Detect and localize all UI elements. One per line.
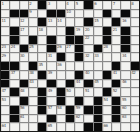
white-cell[interactable]: [94, 27, 102, 35]
white-cell[interactable]: [29, 123, 37, 131]
white-cell[interactable]: [121, 71, 129, 79]
black-cell: [1, 80, 9, 88]
white-cell[interactable]: 54: [103, 97, 111, 105]
white-cell[interactable]: [29, 106, 37, 114]
black-cell: [10, 115, 18, 123]
clue-number: 28: [103, 44, 107, 49]
white-cell[interactable]: [47, 27, 55, 35]
black-cell: [121, 36, 129, 44]
black-cell: [94, 97, 102, 105]
white-cell[interactable]: [38, 115, 46, 123]
white-cell[interactable]: [38, 10, 46, 18]
black-cell: [20, 97, 28, 105]
white-cell[interactable]: [103, 53, 111, 61]
white-cell[interactable]: [1, 36, 9, 44]
crossword-grid: 1234567891011121314151617181920212223242…: [0, 0, 140, 132]
white-cell[interactable]: [57, 71, 65, 79]
clue-number: 40: [85, 70, 89, 75]
white-cell[interactable]: 34: [121, 53, 129, 61]
white-cell[interactable]: [66, 97, 74, 105]
white-cell[interactable]: 22: [84, 36, 92, 44]
white-cell[interactable]: 44: [75, 80, 83, 88]
white-cell[interactable]: 45: [94, 80, 102, 88]
white-cell[interactable]: [131, 123, 139, 131]
white-cell[interactable]: [57, 1, 65, 9]
clue-number: 11: [2, 18, 6, 23]
black-cell: [103, 27, 111, 35]
white-cell[interactable]: [20, 62, 28, 70]
white-cell[interactable]: 13: [47, 18, 55, 26]
clue-number: 21: [113, 27, 117, 32]
clue-number: 64: [2, 123, 6, 128]
white-cell[interactable]: 31: [47, 53, 55, 61]
black-cell: [38, 71, 46, 79]
clue-number: 49: [48, 88, 52, 93]
black-cell: [66, 36, 74, 44]
white-cell[interactable]: [57, 36, 65, 44]
white-cell[interactable]: 43: [29, 80, 37, 88]
white-cell[interactable]: [66, 18, 74, 26]
white-cell[interactable]: [1, 106, 9, 114]
white-cell[interactable]: [66, 123, 74, 131]
black-cell: [103, 10, 111, 18]
white-cell[interactable]: 37: [10, 71, 18, 79]
white-cell[interactable]: [131, 45, 139, 53]
clue-number: 9: [29, 9, 31, 14]
white-cell[interactable]: 11: [1, 18, 9, 26]
white-cell[interactable]: [20, 1, 28, 9]
black-cell: [20, 45, 28, 53]
white-cell[interactable]: [121, 123, 129, 131]
clue-number: 38: [29, 70, 33, 75]
black-cell: [131, 62, 139, 70]
clue-number: 27: [66, 44, 70, 49]
white-cell[interactable]: [38, 53, 46, 61]
white-cell[interactable]: 58: [57, 106, 65, 114]
clue-number: 8: [131, 1, 133, 6]
white-cell[interactable]: [84, 10, 92, 18]
white-cell[interactable]: 24: [10, 45, 18, 53]
white-cell[interactable]: 1: [1, 1, 9, 9]
white-cell[interactable]: 60: [121, 106, 129, 114]
clue-number: 30: [20, 53, 24, 58]
white-cell[interactable]: [1, 27, 9, 35]
white-cell[interactable]: [131, 80, 139, 88]
clue-number: 36: [57, 62, 61, 67]
clue-number: 54: [103, 97, 107, 102]
black-cell: [10, 106, 18, 114]
white-cell[interactable]: 51: [84, 88, 92, 96]
black-cell: [84, 123, 92, 131]
black-cell: [103, 88, 111, 96]
black-cell: [112, 97, 120, 105]
black-cell: [38, 123, 46, 131]
black-cell: [38, 1, 46, 9]
white-cell[interactable]: [10, 1, 18, 9]
white-cell[interactable]: 52: [112, 88, 120, 96]
black-cell: [47, 36, 55, 44]
clue-number: 47: [2, 88, 6, 93]
white-cell[interactable]: [103, 115, 111, 123]
black-cell: [57, 53, 65, 61]
black-cell: [112, 18, 120, 26]
white-cell[interactable]: [84, 62, 92, 70]
clue-number: 42: [131, 70, 135, 75]
white-cell[interactable]: [103, 80, 111, 88]
white-cell[interactable]: 47: [1, 88, 9, 96]
white-cell[interactable]: 23: [1, 45, 9, 53]
clue-number: 29: [2, 53, 6, 58]
black-cell: [38, 18, 46, 26]
white-cell[interactable]: [1, 10, 9, 18]
black-cell: [10, 88, 18, 96]
clue-number: 3: [48, 1, 50, 6]
clue-number: 24: [11, 44, 15, 49]
white-cell[interactable]: [131, 27, 139, 35]
white-cell[interactable]: 26: [57, 45, 65, 53]
white-cell[interactable]: 62: [75, 115, 83, 123]
white-cell[interactable]: [121, 62, 129, 70]
clue-number: 59: [76, 105, 80, 110]
white-cell[interactable]: 41: [112, 71, 120, 79]
white-cell[interactable]: 66: [103, 123, 111, 131]
clue-number: 39: [48, 70, 52, 75]
white-cell[interactable]: 5: [75, 1, 83, 9]
black-cell: [29, 36, 37, 44]
white-cell[interactable]: 40: [84, 71, 92, 79]
white-cell[interactable]: 63: [121, 115, 129, 123]
white-cell[interactable]: [29, 115, 37, 123]
clue-number: 53: [2, 97, 6, 102]
clue-number: 16: [122, 18, 126, 23]
white-cell[interactable]: 38: [29, 71, 37, 79]
black-cell: [112, 115, 120, 123]
clue-number: 18: [39, 27, 43, 32]
white-cell[interactable]: 35: [38, 62, 46, 70]
clue-number: 13: [48, 18, 52, 23]
clue-number: 62: [76, 114, 80, 119]
white-cell[interactable]: 65: [47, 123, 55, 131]
white-cell[interactable]: 4: [66, 1, 74, 9]
black-cell: [10, 36, 18, 44]
clue-number: 44: [76, 79, 80, 84]
black-cell: [103, 36, 111, 44]
white-cell[interactable]: [29, 97, 37, 105]
clue-number: 25: [29, 44, 33, 49]
black-cell: [75, 71, 83, 79]
black-cell: [57, 88, 65, 96]
clue-number: 6: [94, 1, 96, 6]
white-cell[interactable]: [75, 88, 83, 96]
black-cell: [112, 106, 120, 114]
white-cell[interactable]: [112, 53, 120, 61]
white-cell[interactable]: [66, 53, 74, 61]
white-cell[interactable]: 36: [57, 62, 65, 70]
white-cell[interactable]: 57: [47, 106, 55, 114]
white-cell[interactable]: [10, 18, 18, 26]
clue-number: 51: [85, 88, 89, 93]
black-cell: [66, 115, 74, 123]
white-cell[interactable]: [57, 123, 65, 131]
black-cell: [121, 10, 129, 18]
black-cell: [94, 115, 102, 123]
black-cell: [103, 71, 111, 79]
white-cell[interactable]: [112, 123, 120, 131]
clue-number: 5: [76, 1, 78, 6]
white-cell[interactable]: [38, 45, 46, 53]
white-cell[interactable]: [84, 115, 92, 123]
white-cell[interactable]: 61: [20, 115, 28, 123]
white-cell[interactable]: 30: [20, 53, 28, 61]
clue-number: 45: [94, 79, 98, 84]
clue-number: 65: [48, 123, 52, 128]
black-cell: [57, 10, 65, 18]
white-cell[interactable]: [29, 53, 37, 61]
clue-number: 14: [57, 18, 61, 23]
white-cell[interactable]: [103, 106, 111, 114]
clue-number: 56: [20, 105, 24, 110]
clue-number: 50: [66, 88, 70, 93]
clue-number: 48: [20, 88, 24, 93]
black-cell: [121, 27, 129, 35]
clue-number: 37: [11, 70, 15, 75]
white-cell[interactable]: 3: [47, 1, 55, 9]
white-cell[interactable]: [131, 106, 139, 114]
black-cell: [84, 1, 92, 9]
clue-number: 33: [94, 53, 98, 58]
clue-number: 12: [20, 18, 24, 23]
white-cell[interactable]: 10: [66, 10, 74, 18]
white-cell[interactable]: [112, 45, 120, 53]
white-cell[interactable]: [10, 97, 18, 105]
black-cell: [10, 10, 18, 18]
clue-number: 41: [113, 70, 117, 75]
black-cell: [47, 10, 55, 18]
black-cell: [10, 27, 18, 35]
clue-number: 43: [29, 79, 33, 84]
white-cell[interactable]: [131, 36, 139, 44]
black-cell: [84, 80, 92, 88]
white-cell[interactable]: [57, 80, 65, 88]
white-cell[interactable]: [10, 80, 18, 88]
white-cell[interactable]: 33: [94, 53, 102, 61]
white-cell[interactable]: [84, 45, 92, 53]
white-cell[interactable]: 8: [131, 1, 139, 9]
black-cell: [38, 88, 46, 96]
black-cell: [75, 97, 83, 105]
white-cell[interactable]: 64: [1, 123, 9, 131]
white-cell[interactable]: [112, 36, 120, 44]
white-cell[interactable]: 19: [75, 27, 83, 35]
white-cell[interactable]: 59: [75, 106, 83, 114]
white-cell[interactable]: 12: [20, 18, 28, 26]
black-cell: [94, 123, 102, 131]
black-cell: [112, 80, 120, 88]
white-cell[interactable]: [131, 97, 139, 105]
white-cell[interactable]: 49: [47, 88, 55, 96]
clue-number: 7: [113, 1, 115, 6]
white-cell[interactable]: 9: [29, 10, 37, 18]
black-cell: [38, 106, 46, 114]
clue-number: 2: [29, 1, 31, 6]
clue-number: 22: [85, 35, 89, 40]
black-cell: [47, 115, 55, 123]
clue-number: 15: [94, 18, 98, 23]
white-cell[interactable]: [131, 18, 139, 26]
clue-number: 58: [57, 105, 61, 110]
white-cell[interactable]: [94, 10, 102, 18]
black-cell: [112, 62, 120, 70]
white-cell[interactable]: [38, 80, 46, 88]
clue-number: 35: [39, 62, 43, 67]
white-cell[interactable]: [121, 1, 129, 9]
clue-number: 10: [66, 9, 70, 14]
white-cell[interactable]: [131, 10, 139, 18]
white-cell[interactable]: [66, 71, 74, 79]
black-cell: [10, 62, 18, 70]
black-cell: [75, 45, 83, 53]
white-cell[interactable]: [10, 53, 18, 61]
white-cell[interactable]: 2: [29, 1, 37, 9]
white-cell[interactable]: 39: [47, 71, 55, 79]
white-cell[interactable]: 46: [121, 80, 129, 88]
black-cell: [38, 97, 46, 105]
clue-number: 19: [76, 27, 80, 32]
clue-number: 17: [20, 27, 24, 32]
white-cell[interactable]: [112, 10, 120, 18]
white-cell[interactable]: [20, 71, 28, 79]
white-cell[interactable]: [38, 36, 46, 44]
clue-number: 4: [66, 1, 68, 6]
black-cell: [94, 45, 102, 53]
clue-number: 60: [122, 105, 126, 110]
white-cell[interactable]: [131, 53, 139, 61]
white-cell[interactable]: 16: [121, 18, 129, 26]
white-cell[interactable]: [103, 1, 111, 9]
black-cell: [66, 106, 74, 114]
clue-number: 57: [48, 105, 52, 110]
black-cell: [29, 62, 37, 70]
clue-number: 34: [122, 53, 126, 58]
white-cell[interactable]: 48: [20, 88, 28, 96]
white-cell[interactable]: 53: [1, 97, 9, 105]
clue-number: 20: [85, 27, 89, 32]
white-cell[interactable]: [103, 18, 111, 26]
black-cell: [57, 97, 65, 105]
black-cell: [75, 36, 83, 44]
clue-number: 1: [2, 1, 4, 6]
white-cell[interactable]: [66, 62, 74, 70]
white-cell[interactable]: 55: [121, 97, 129, 105]
white-cell[interactable]: 42: [131, 71, 139, 79]
white-cell[interactable]: [47, 62, 55, 70]
clue-number: 31: [48, 53, 52, 58]
white-cell[interactable]: 56: [20, 106, 28, 114]
white-cell[interactable]: 15: [94, 18, 102, 26]
clue-number: 61: [20, 114, 24, 119]
black-cell: [66, 80, 74, 88]
white-cell[interactable]: [131, 88, 139, 96]
white-cell[interactable]: [94, 62, 102, 70]
white-cell[interactable]: [103, 62, 111, 70]
white-cell[interactable]: [94, 71, 102, 79]
white-cell[interactable]: [29, 18, 37, 26]
white-cell[interactable]: [29, 88, 37, 96]
white-cell[interactable]: [94, 36, 102, 44]
clue-number: 52: [113, 88, 117, 93]
black-cell: [47, 45, 55, 53]
white-cell[interactable]: 20: [84, 27, 92, 35]
clue-number: 66: [103, 123, 107, 128]
clue-number: 26: [57, 44, 61, 49]
white-cell[interactable]: [75, 123, 83, 131]
black-cell: [47, 80, 55, 88]
black-cell: [1, 71, 9, 79]
white-cell[interactable]: [47, 97, 55, 105]
black-cell: [121, 45, 129, 53]
white-cell[interactable]: 21: [112, 27, 120, 35]
white-cell[interactable]: 28: [103, 45, 111, 53]
white-cell[interactable]: [57, 27, 65, 35]
white-cell[interactable]: 17: [20, 27, 28, 35]
white-cell[interactable]: 7: [112, 1, 120, 9]
clue-number: 63: [122, 114, 126, 119]
white-cell[interactable]: [75, 62, 83, 70]
clue-number: 32: [85, 53, 89, 58]
white-cell[interactable]: [131, 115, 139, 123]
black-cell: [20, 80, 28, 88]
clue-number: 23: [2, 44, 6, 49]
black-cell: [84, 106, 92, 114]
clue-number: 55: [122, 97, 126, 102]
white-cell[interactable]: [20, 123, 28, 131]
white-cell[interactable]: [57, 115, 65, 123]
black-cell: [75, 53, 83, 61]
white-cell[interactable]: 18: [38, 27, 46, 35]
white-cell[interactable]: 29: [1, 53, 9, 61]
clue-number: 46: [122, 79, 126, 84]
white-cell[interactable]: [75, 18, 83, 26]
white-cell[interactable]: 25: [29, 45, 37, 53]
white-cell[interactable]: 50: [66, 88, 74, 96]
black-cell: [84, 18, 92, 26]
white-cell[interactable]: [20, 36, 28, 44]
white-cell[interactable]: 27: [66, 45, 74, 53]
white-cell[interactable]: 6: [94, 1, 102, 9]
white-cell[interactable]: [94, 88, 102, 96]
black-cell: [20, 10, 28, 18]
white-cell[interactable]: [10, 123, 18, 131]
white-cell[interactable]: 32: [84, 53, 92, 61]
black-cell: [66, 27, 74, 35]
white-cell[interactable]: [75, 10, 83, 18]
white-cell[interactable]: [84, 97, 92, 105]
white-cell[interactable]: 14: [57, 18, 65, 26]
white-cell[interactable]: [29, 27, 37, 35]
white-cell[interactable]: [121, 88, 129, 96]
black-cell: [94, 106, 102, 114]
black-cell: [1, 62, 9, 70]
white-cell[interactable]: [1, 115, 9, 123]
